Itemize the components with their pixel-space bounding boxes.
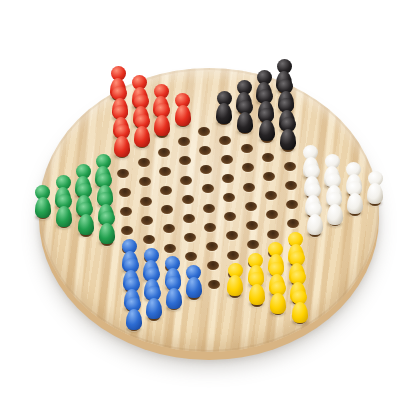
hole[interactable]	[284, 162, 296, 171]
hole[interactable]	[182, 195, 194, 204]
hole[interactable]	[263, 172, 275, 181]
hole[interactable]	[139, 177, 151, 186]
peg-body-black	[216, 103, 232, 124]
hole[interactable]	[117, 169, 129, 178]
peg-body-yellow	[292, 302, 308, 323]
peg-body-blue	[126, 309, 142, 330]
hole[interactable]	[241, 144, 253, 153]
peg-blue[interactable]	[145, 286, 163, 319]
peg-green[interactable]	[77, 202, 95, 235]
hole[interactable]	[286, 200, 298, 209]
hole[interactable]	[245, 202, 257, 211]
hole[interactable]	[179, 156, 191, 165]
hole[interactable]	[224, 212, 236, 221]
peg-body-white	[327, 204, 343, 225]
hole[interactable]	[138, 158, 150, 167]
hole[interactable]	[158, 148, 170, 157]
hole[interactable]	[164, 244, 176, 253]
hole[interactable]	[219, 136, 231, 145]
hole[interactable]	[119, 188, 131, 197]
peg-red[interactable]	[113, 124, 131, 157]
peg-yellow[interactable]	[248, 272, 266, 305]
peg-yellow[interactable]	[269, 281, 287, 314]
peg-yellow[interactable]	[226, 263, 244, 296]
hole[interactable]	[246, 221, 258, 230]
hole[interactable]	[161, 205, 173, 214]
hole[interactable]	[262, 153, 274, 162]
hole[interactable]	[202, 184, 214, 193]
peg-red[interactable]	[153, 103, 171, 136]
hole[interactable]	[159, 167, 171, 176]
peg-white[interactable]	[326, 192, 344, 225]
peg-black[interactable]	[215, 91, 233, 124]
hole[interactable]	[141, 216, 153, 225]
hole[interactable]	[242, 163, 254, 172]
peg-body-black	[237, 112, 253, 133]
peg-white[interactable]	[306, 202, 324, 235]
hole[interactable]	[287, 219, 299, 228]
hole[interactable]	[200, 165, 212, 174]
peg-body-white	[347, 193, 363, 214]
hole[interactable]	[183, 214, 195, 223]
hole[interactable]	[243, 183, 255, 192]
hole[interactable]	[285, 181, 297, 190]
hole[interactable]	[265, 191, 277, 200]
peg-body-blue	[186, 277, 202, 298]
peg-blue[interactable]	[125, 297, 143, 330]
hole[interactable]	[163, 224, 175, 233]
peg-yellow[interactable]	[291, 290, 309, 323]
hole[interactable]	[223, 193, 235, 202]
peg-body-green	[99, 223, 115, 244]
hole[interactable]	[267, 230, 279, 239]
peg-black[interactable]	[279, 117, 297, 150]
hole[interactable]	[227, 251, 239, 260]
hole[interactable]	[207, 261, 219, 270]
peg-white[interactable]	[346, 181, 364, 214]
hole[interactable]	[121, 226, 133, 235]
hole[interactable]	[180, 176, 192, 185]
hole[interactable]	[226, 231, 238, 240]
peg-body-yellow	[249, 284, 265, 305]
hole[interactable]	[208, 280, 220, 289]
hole[interactable]	[222, 174, 234, 183]
peg-body-blue	[146, 298, 162, 319]
peg-blue[interactable]	[185, 265, 203, 298]
peg-red[interactable]	[133, 114, 151, 147]
peg-body-white	[367, 183, 383, 204]
hole[interactable]	[120, 207, 132, 216]
hole[interactable]	[140, 197, 152, 206]
hole[interactable]	[247, 240, 259, 249]
hole[interactable]	[178, 137, 190, 146]
hole[interactable]	[206, 242, 218, 251]
peg-body-yellow	[227, 275, 243, 296]
peg-black[interactable]	[258, 108, 276, 141]
peg-green[interactable]	[98, 211, 116, 244]
peg-body-green	[78, 214, 94, 235]
peg-body-red	[175, 105, 191, 126]
peg-blue[interactable]	[165, 276, 183, 309]
peg-body-black	[280, 129, 296, 150]
hole[interactable]	[221, 155, 233, 164]
hole[interactable]	[198, 127, 210, 136]
peg-body-green	[35, 197, 51, 218]
peg-red[interactable]	[174, 93, 192, 126]
peg-body-black	[259, 120, 275, 141]
peg-body-blue	[166, 288, 182, 309]
peg-green[interactable]	[34, 185, 52, 218]
peg-body-red	[154, 115, 170, 136]
peg-body-green	[56, 206, 72, 227]
star-grid	[0, 0, 400, 400]
peg-white[interactable]	[366, 171, 384, 204]
hole[interactable]	[204, 223, 216, 232]
hole[interactable]	[266, 210, 278, 219]
peg-green[interactable]	[55, 194, 73, 227]
chinese-checkers-scene	[0, 0, 400, 400]
peg-body-red	[114, 136, 130, 157]
hole[interactable]	[185, 252, 197, 261]
peg-body-white	[307, 214, 323, 235]
hole[interactable]	[143, 235, 155, 244]
hole[interactable]	[184, 233, 196, 242]
peg-black[interactable]	[236, 100, 254, 133]
hole[interactable]	[203, 204, 215, 213]
peg-body-red	[134, 126, 150, 147]
hole[interactable]	[160, 186, 172, 195]
hole[interactable]	[199, 146, 211, 155]
peg-body-yellow	[270, 293, 286, 314]
